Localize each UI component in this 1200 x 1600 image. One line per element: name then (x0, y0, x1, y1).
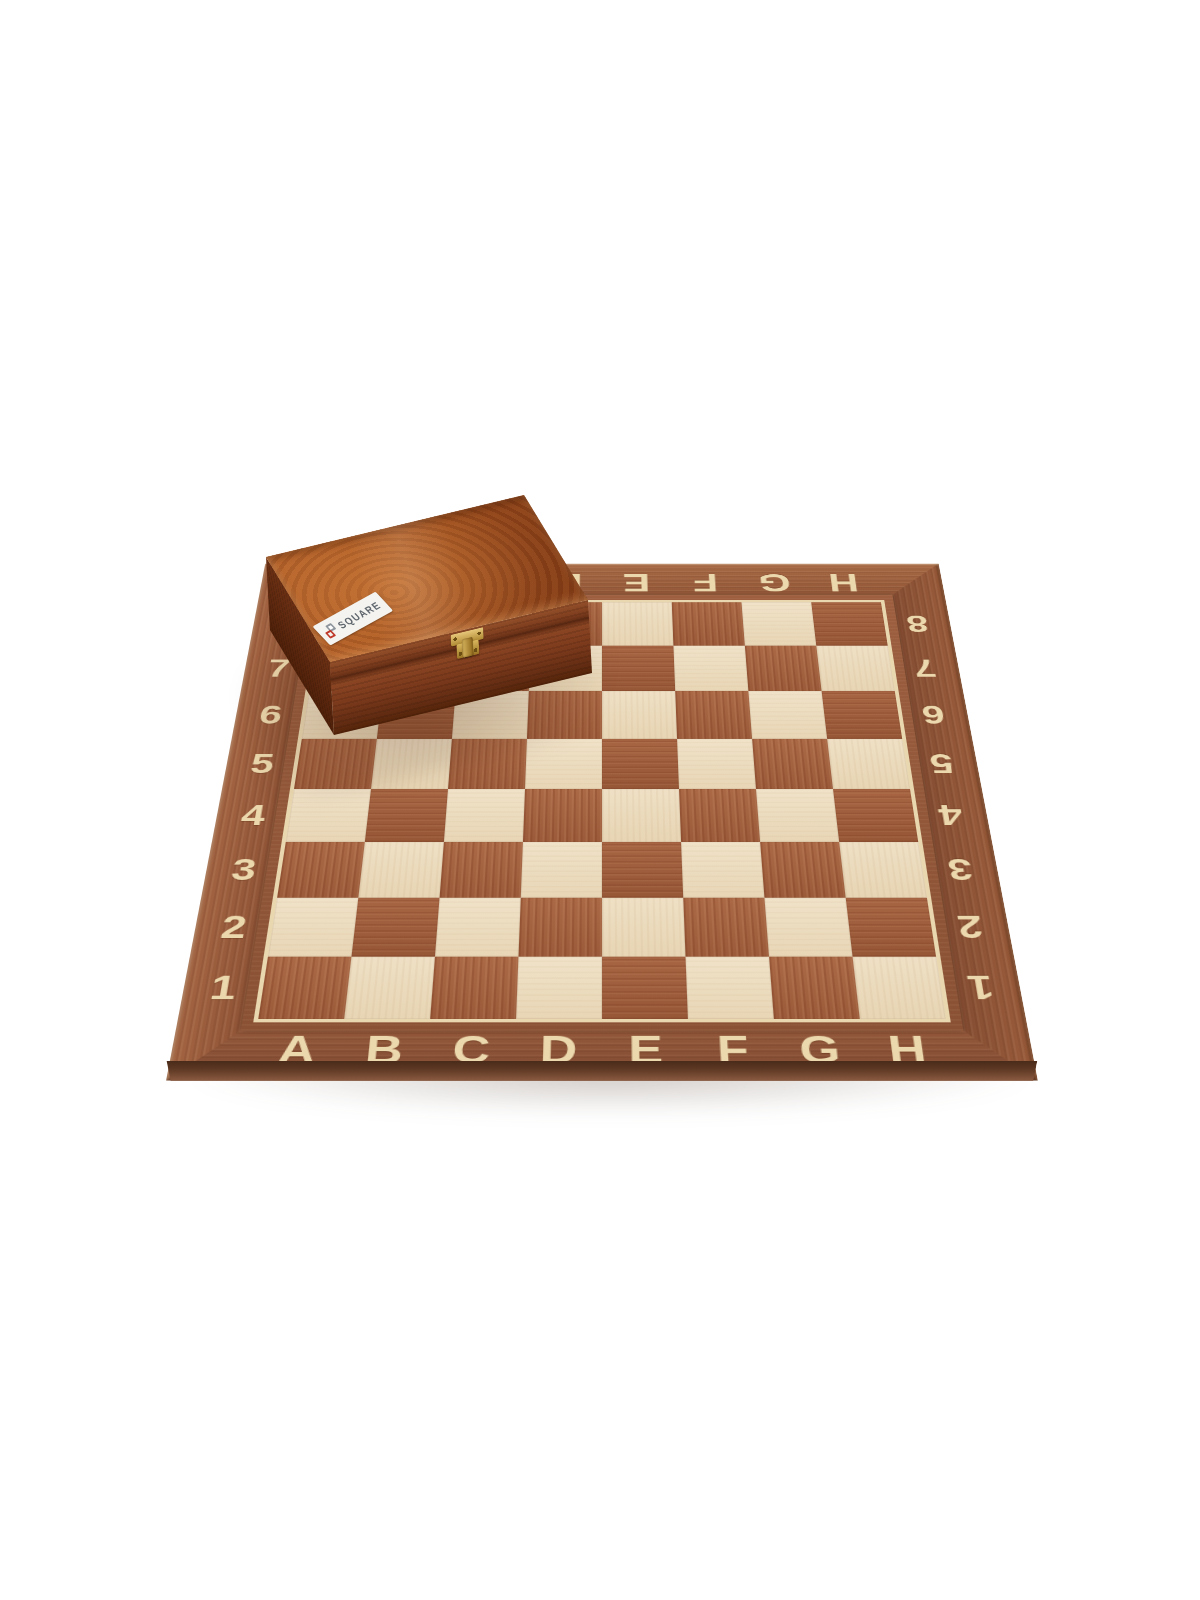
square-c4 (444, 789, 525, 842)
square-a2 (268, 898, 358, 957)
square-e4 (602, 789, 681, 842)
rank-label-right-7: 7 (888, 646, 964, 691)
rank-label-right-4: 4 (910, 789, 992, 842)
square-b1 (344, 957, 435, 1019)
rank-label-right-8: 8 (881, 602, 955, 645)
square-g1 (769, 957, 860, 1019)
board-side-edge (167, 1061, 1038, 1081)
rank-label-left-3: 3 (201, 842, 286, 898)
square-g3 (760, 842, 846, 898)
rank-label-right-6: 6 (895, 691, 973, 739)
brand-label: SQUARE (312, 592, 393, 646)
square-h6 (822, 691, 903, 739)
square-g6 (748, 691, 827, 739)
square-g4 (756, 789, 839, 842)
square-h2 (846, 898, 936, 957)
square-g8 (741, 602, 816, 645)
square-f3 (681, 842, 764, 898)
rank-label-right-3: 3 (918, 842, 1003, 898)
square-c2 (435, 898, 521, 957)
rank-label-right-5: 5 (902, 739, 982, 789)
square-d1 (516, 957, 602, 1019)
product-photo-stage: ABCDEFGH ABCDEFGH 87654321 87654321 SQUA… (0, 0, 1200, 1600)
square-b4 (365, 789, 448, 842)
square-g5 (752, 739, 833, 789)
square-f8 (672, 602, 745, 645)
square-h3 (839, 842, 927, 898)
square-h7 (816, 646, 894, 691)
square-f5 (677, 739, 756, 789)
square-a3 (277, 842, 365, 898)
square-e3 (602, 842, 683, 898)
square-b2 (351, 898, 439, 957)
square-f4 (679, 789, 760, 842)
square-f1 (686, 957, 774, 1019)
rank-label-right-1: 1 (936, 957, 1026, 1019)
square-b3 (358, 842, 444, 898)
square-f6 (675, 691, 752, 739)
square-d4 (523, 789, 602, 842)
brand-label-text: SQUARE (335, 599, 383, 630)
rank-label-left-2: 2 (190, 898, 277, 957)
square-e5 (602, 739, 679, 789)
rank-label-left-1: 1 (178, 957, 268, 1019)
file-label-top-h: H (807, 564, 881, 603)
square-h1 (853, 957, 946, 1019)
square-h4 (833, 789, 918, 842)
clasp-tongue (462, 637, 473, 658)
square-g7 (745, 646, 822, 691)
square-c3 (440, 842, 523, 898)
square-e1 (602, 957, 688, 1019)
rank-label-right-2: 2 (927, 898, 1014, 957)
brass-clasp-icon (449, 627, 487, 669)
square-f2 (683, 898, 769, 957)
square-e2 (602, 898, 686, 957)
square-a1 (258, 957, 351, 1019)
square-d2 (518, 898, 602, 957)
square-f7 (673, 646, 748, 691)
square-h5 (827, 739, 910, 789)
file-label-top-f: F (670, 564, 741, 603)
square-h8 (811, 602, 887, 645)
square-g2 (764, 898, 852, 957)
file-label-top-g: G (738, 564, 811, 603)
square-c1 (430, 957, 518, 1019)
square-d3 (521, 842, 602, 898)
rank-labels-right: 87654321 (881, 602, 1026, 1019)
